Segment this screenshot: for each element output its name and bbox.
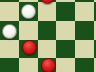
board-square[interactable] xyxy=(75,40,94,59)
red-piece[interactable] xyxy=(22,40,37,55)
board-square[interactable] xyxy=(0,58,19,72)
red-piece[interactable] xyxy=(41,58,56,72)
board-square[interactable] xyxy=(94,58,96,72)
board-square[interactable] xyxy=(19,21,38,40)
board-square[interactable] xyxy=(94,2,96,21)
board-square[interactable] xyxy=(0,40,19,59)
board-square[interactable] xyxy=(56,21,75,40)
board-square[interactable] xyxy=(56,40,75,59)
board-square[interactable] xyxy=(0,2,19,21)
white-piece[interactable] xyxy=(2,24,17,39)
board-square[interactable] xyxy=(56,58,75,72)
board-square[interactable] xyxy=(94,21,96,40)
board-square[interactable] xyxy=(38,21,57,40)
board-square[interactable] xyxy=(19,58,38,72)
board-square[interactable] xyxy=(94,40,96,59)
board-square[interactable] xyxy=(56,2,75,21)
board-square[interactable] xyxy=(75,58,94,72)
white-piece[interactable] xyxy=(21,4,36,19)
board-square[interactable] xyxy=(38,2,57,21)
board-square[interactable] xyxy=(38,40,57,59)
board-square[interactable] xyxy=(75,2,94,21)
checkers-board xyxy=(0,0,96,72)
board-square[interactable] xyxy=(75,21,94,40)
